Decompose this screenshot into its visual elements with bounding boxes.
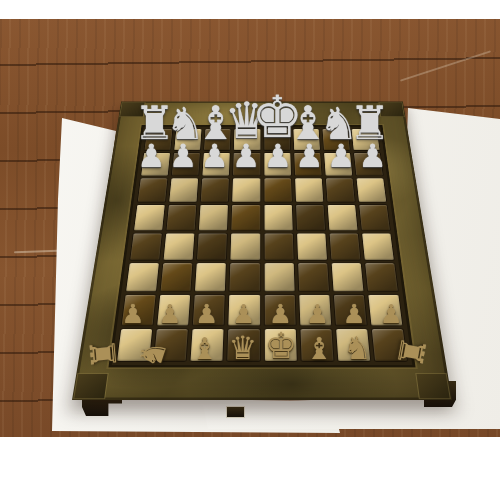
chess-piece-silver-p[interactable]: ♟	[295, 140, 324, 172]
chess-piece-brass-p[interactable]: ♟	[121, 301, 144, 327]
chess-piece-silver-p[interactable]: ♟	[358, 140, 387, 172]
board-square[interactable]	[264, 263, 294, 291]
board-square[interactable]	[134, 205, 165, 230]
board-square[interactable]	[199, 205, 228, 230]
chess-piece-silver-p[interactable]: ♟	[169, 140, 198, 172]
board-square[interactable]	[297, 233, 327, 260]
chess-piece-brass-k[interactable]: ♚	[265, 328, 297, 364]
chess-piece-silver-p[interactable]: ♟	[137, 140, 166, 172]
chess-piece-brass-p[interactable]: ♟	[306, 301, 329, 327]
board-square[interactable]	[197, 233, 227, 260]
chess-piece-brass-q[interactable]: ♛	[229, 332, 258, 364]
chess-piece-brass-r[interactable]: ♜	[85, 337, 122, 370]
chess-piece-brass-n[interactable]: ♞	[343, 332, 372, 364]
board-square[interactable]	[169, 178, 198, 202]
chess-piece-brass-p[interactable]: ♟	[158, 301, 181, 327]
letterbox-top	[0, 0, 500, 19]
chess-piece-brass-b[interactable]: ♝	[306, 334, 333, 364]
board-square[interactable]	[138, 178, 168, 202]
chess-piece-brass-p[interactable]: ♟	[269, 301, 292, 327]
board-square[interactable]	[195, 263, 226, 291]
photo-stage: ♜♞♝♛♚♝♞♜♟♟♟♟♟♟♟♟♟♟♟♟♟♟♟♟♜♞♝♛♚♝♞♜	[0, 0, 500, 500]
board-square[interactable]	[264, 233, 293, 260]
board-square[interactable]	[362, 233, 394, 260]
board-square[interactable]	[232, 205, 260, 230]
chess-piece-silver-p[interactable]: ♟	[263, 140, 292, 172]
board-square[interactable]	[201, 178, 229, 202]
corner-bracket-bottom-left	[74, 374, 107, 399]
board-square[interactable]	[232, 178, 259, 202]
board-square[interactable]	[329, 233, 360, 260]
chess-piece-silver-p[interactable]: ♟	[200, 140, 229, 172]
board-square[interactable]	[356, 178, 386, 202]
chess-piece-silver-p[interactable]: ♟	[327, 140, 356, 172]
board-square[interactable]	[296, 205, 325, 230]
chess-piece-silver-p[interactable]: ♟	[232, 140, 261, 172]
letterbox-bottom	[0, 437, 500, 500]
board-square[interactable]	[231, 233, 260, 260]
chess-piece-brass-p[interactable]: ♟	[195, 301, 218, 327]
board-square[interactable]	[264, 205, 292, 230]
corner-bracket-bottom-right	[416, 374, 449, 399]
board-square[interactable]	[365, 263, 398, 291]
board-square[interactable]	[164, 233, 195, 260]
board-foot-middle	[227, 407, 244, 417]
chess-piece-brass-r[interactable]: ♜	[393, 334, 432, 370]
board-square[interactable]	[359, 205, 390, 230]
wood-table	[0, 19, 500, 437]
chess-piece-brass-p[interactable]: ♟	[379, 301, 402, 327]
board-square[interactable]	[126, 263, 159, 291]
board-square[interactable]	[167, 205, 197, 230]
chess-piece-brass-p[interactable]: ♟	[232, 301, 255, 327]
wood-scratch	[400, 50, 491, 81]
board-square[interactable]	[331, 263, 363, 291]
chess-piece-brass-p[interactable]: ♟	[343, 301, 366, 327]
board-square[interactable]	[327, 205, 357, 230]
board-square[interactable]	[161, 263, 193, 291]
board-square[interactable]	[298, 263, 329, 291]
board-square[interactable]	[264, 178, 291, 202]
board-square[interactable]	[130, 233, 162, 260]
board-square[interactable]	[326, 178, 355, 202]
board-square[interactable]	[230, 263, 260, 291]
board-square[interactable]	[295, 178, 323, 202]
chess-piece-brass-b[interactable]: ♝	[191, 334, 218, 364]
